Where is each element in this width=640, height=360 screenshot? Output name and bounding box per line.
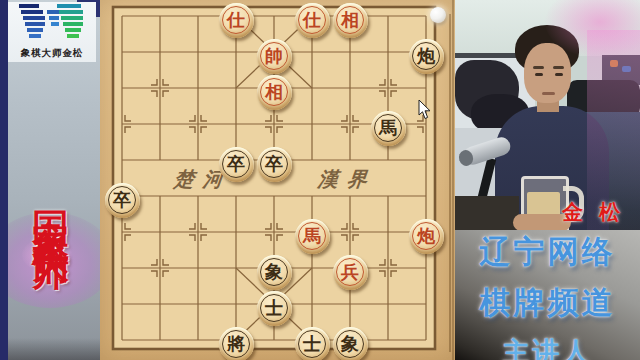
presenter-name-label: 金松 bbox=[455, 198, 636, 226]
webcam-person-brow bbox=[533, 66, 544, 69]
caption-line-channel: 棋牌频道 bbox=[480, 282, 616, 324]
piece-black-卒[interactable]: 卒 bbox=[257, 147, 292, 182]
piece-black-卒[interactable]: 卒 bbox=[105, 183, 140, 218]
river-label-han-jie: 漢界 bbox=[317, 166, 378, 193]
piece-red-兵[interactable]: 兵 bbox=[333, 255, 368, 290]
piece-red-馬[interactable]: 馬 bbox=[295, 219, 330, 254]
piece-red-相[interactable]: 相 bbox=[257, 75, 292, 110]
piece-red-相[interactable]: 相 bbox=[333, 3, 368, 38]
piece-black-炮[interactable]: 炮 bbox=[409, 39, 444, 74]
piece-red-炮[interactable]: 炮 bbox=[409, 219, 444, 254]
piece-red-仕[interactable]: 仕 bbox=[219, 3, 254, 38]
banner-title-vertical: 国家象棋大师 bbox=[0, 62, 100, 354]
channel-logo: 象棋大师金松 bbox=[8, 2, 96, 62]
left-banner: 象棋大师金松 国家象棋大师 bbox=[0, 0, 100, 360]
webcam-person-eye bbox=[555, 73, 563, 76]
logo-m-icon bbox=[17, 2, 87, 46]
stream-frame: 象棋大师金松 国家象棋大师 楚河 漢界 仕仕相帥炮相馬卒卒卒馬炮象兵士將士象 bbox=[0, 0, 640, 360]
window-divider bbox=[452, 0, 454, 360]
piece-black-象[interactable]: 象 bbox=[257, 255, 292, 290]
piece-black-士[interactable]: 士 bbox=[295, 327, 330, 360]
piece-black-象[interactable]: 象 bbox=[333, 327, 368, 360]
piece-red-仕[interactable]: 仕 bbox=[295, 3, 330, 38]
webcam-video: 金松 bbox=[455, 0, 640, 230]
logo-caption: 象棋大师金松 bbox=[21, 47, 84, 60]
caption-line-network: 辽宁网络 bbox=[480, 231, 616, 273]
caption-line-host: 主讲人 bbox=[503, 334, 593, 360]
side-cord bbox=[449, 14, 451, 352]
webcam-person-brow bbox=[553, 66, 564, 69]
slider-knob[interactable] bbox=[430, 7, 446, 23]
webcam-person-eye bbox=[535, 73, 543, 76]
webcam-person-mouth bbox=[542, 92, 555, 95]
piece-black-將[interactable]: 將 bbox=[219, 327, 254, 360]
piece-black-卒[interactable]: 卒 bbox=[219, 147, 254, 182]
mouse-cursor-icon bbox=[418, 100, 432, 120]
piece-red-帥[interactable]: 帥 bbox=[257, 39, 292, 74]
piece-black-馬[interactable]: 馬 bbox=[371, 111, 406, 146]
piece-black-士[interactable]: 士 bbox=[257, 291, 292, 326]
xiangqi-board[interactable]: 楚河 漢界 仕仕相帥炮相馬卒卒卒馬炮象兵士將士象 bbox=[100, 0, 455, 360]
caption-panel: 辽宁网络 棋牌频道 主讲人 bbox=[455, 230, 640, 360]
